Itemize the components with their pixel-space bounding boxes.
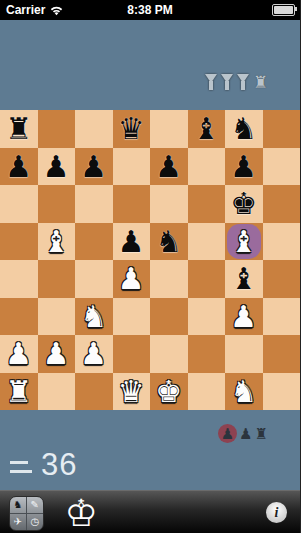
square-e6[interactable] <box>150 185 188 223</box>
rocket-icon: ✈ <box>10 514 27 531</box>
square-a1[interactable]: ♜ <box>0 373 38 411</box>
square-h6[interactable] <box>263 185 301 223</box>
piece-white-pawn[interactable]: ♟ <box>75 335 113 373</box>
piece-white-rook[interactable]: ♜ <box>0 373 38 411</box>
piece-white-pawn[interactable]: ♟ <box>38 335 76 373</box>
piece-black-pawn[interactable]: ♟ <box>75 148 113 186</box>
piece-black-knight[interactable]: ♞ <box>225 110 263 148</box>
square-f5[interactable] <box>188 223 226 261</box>
square-c8[interactable] <box>75 110 113 148</box>
square-e4[interactable] <box>150 260 188 298</box>
square-d4[interactable]: ♟ <box>113 260 151 298</box>
battery-icon <box>272 4 295 16</box>
square-f6[interactable] <box>188 185 226 223</box>
square-a5[interactable] <box>0 223 38 261</box>
square-g1[interactable]: ♞ <box>225 373 263 411</box>
stopwatch-icon: ◷ <box>27 514 44 531</box>
square-b2[interactable]: ♟ <box>38 335 76 373</box>
status-bar: Carrier 8:38 PM <box>0 0 300 20</box>
square-e2[interactable] <box>150 335 188 373</box>
square-e3[interactable] <box>150 298 188 336</box>
square-c5[interactable] <box>75 223 113 261</box>
captured-black-pawn: ♟ <box>221 426 234 442</box>
square-b8[interactable] <box>38 110 76 148</box>
piece-white-bishop[interactable]: ♝ <box>225 223 263 261</box>
clock: 8:38 PM <box>0 3 300 17</box>
square-e8[interactable] <box>150 110 188 148</box>
chess-board: ♜♛♝♞♟♟♟♟♟♚♝♟♞♝♟♝♞♟♟♟♟♜♛♚♞ <box>0 110 300 410</box>
piece-white-knight[interactable]: ♞ <box>75 298 113 336</box>
square-b3[interactable] <box>38 298 76 336</box>
square-h5[interactable] <box>263 223 301 261</box>
square-c3[interactable]: ♞ <box>75 298 113 336</box>
square-d5[interactable]: ♟ <box>113 223 151 261</box>
info-button[interactable]: i <box>266 502 287 523</box>
move-list-icon <box>10 457 32 473</box>
move-number: 36 <box>41 447 77 483</box>
square-d7[interactable] <box>113 148 151 186</box>
square-a4[interactable] <box>0 260 38 298</box>
square-b6[interactable] <box>38 185 76 223</box>
captured-black-pawn: ♟ <box>239 426 252 442</box>
piece-black-king[interactable]: ♚ <box>225 185 263 223</box>
pencil-icon: ✎ <box>27 497 44 514</box>
piece-black-bishop[interactable]: ♝ <box>225 260 263 298</box>
captured-black-rook: ♜ <box>255 426 268 442</box>
square-f7[interactable] <box>188 148 226 186</box>
square-f4[interactable] <box>188 260 226 298</box>
square-f2[interactable] <box>188 335 226 373</box>
square-a2[interactable]: ♟ <box>0 335 38 373</box>
square-c7[interactable]: ♟ <box>75 148 113 186</box>
square-g2[interactable] <box>225 335 263 373</box>
square-a3[interactable] <box>0 298 38 336</box>
move-counter-row: 36 <box>10 447 77 483</box>
square-a7[interactable]: ♟ <box>0 148 38 186</box>
square-d8[interactable]: ♛ <box>113 110 151 148</box>
captured-white-pieces-tray: ♜ <box>205 73 268 91</box>
piece-black-pawn[interactable]: ♟ <box>150 148 188 186</box>
captured-white-rook: ♜ <box>253 73 268 91</box>
square-b5[interactable]: ♝ <box>38 223 76 261</box>
square-g6[interactable]: ♚ <box>225 185 263 223</box>
tools-button[interactable]: ♞✎✈◷ <box>9 496 44 531</box>
piece-black-pawn[interactable]: ♟ <box>38 148 76 186</box>
square-h4[interactable] <box>263 260 301 298</box>
bottom-toolbar: ♞✎✈◷ ♔ i <box>0 490 300 533</box>
square-h2[interactable] <box>263 335 301 373</box>
square-b1[interactable] <box>38 373 76 411</box>
piece-black-pawn[interactable]: ♟ <box>225 148 263 186</box>
knight-icon: ♞ <box>10 497 27 514</box>
captured-black-pieces-tray: ♟♟♜ <box>218 424 268 443</box>
captured-white-pawn <box>205 73 218 91</box>
piece-white-queen[interactable]: ♛ <box>113 373 151 411</box>
square-d3[interactable] <box>113 298 151 336</box>
piece-black-queen[interactable]: ♛ <box>113 110 151 148</box>
square-h7[interactable] <box>263 148 301 186</box>
piece-black-pawn[interactable]: ♟ <box>113 223 151 261</box>
square-d1[interactable]: ♛ <box>113 373 151 411</box>
square-b7[interactable]: ♟ <box>38 148 76 186</box>
piece-white-knight[interactable]: ♞ <box>225 373 263 411</box>
piece-black-pawn[interactable]: ♟ <box>0 148 38 186</box>
square-f1[interactable] <box>188 373 226 411</box>
square-a6[interactable] <box>0 185 38 223</box>
square-c1[interactable] <box>75 373 113 411</box>
piece-white-bishop[interactable]: ♝ <box>38 223 76 261</box>
square-f8[interactable]: ♝ <box>188 110 226 148</box>
square-g5[interactable]: ♝ <box>225 223 263 261</box>
square-d2[interactable] <box>113 335 151 373</box>
square-g7[interactable]: ♟ <box>225 148 263 186</box>
square-h3[interactable] <box>263 298 301 336</box>
square-e7[interactable]: ♟ <box>150 148 188 186</box>
square-c4[interactable] <box>75 260 113 298</box>
square-d6[interactable] <box>113 185 151 223</box>
square-a8[interactable]: ♜ <box>0 110 38 148</box>
square-e1[interactable]: ♚ <box>150 373 188 411</box>
piece-white-pawn[interactable]: ♟ <box>0 335 38 373</box>
square-h1[interactable] <box>263 373 301 411</box>
captured-white-pawn <box>221 73 234 91</box>
new-game-king-button[interactable]: ♔ <box>58 492 104 533</box>
app-screen: Carrier 8:38 PM ♜ ♜♛♝♞♟♟♟♟♟♚♝♟♞♝♟♝♞♟♟♟♟♜… <box>0 0 300 533</box>
square-e5[interactable]: ♞ <box>150 223 188 261</box>
square-b4[interactable] <box>38 260 76 298</box>
square-h8[interactable] <box>263 110 301 148</box>
piece-black-knight[interactable]: ♞ <box>150 223 188 261</box>
piece-white-pawn[interactable]: ♟ <box>225 298 263 336</box>
captured-white-pawn <box>237 73 250 91</box>
piece-white-pawn[interactable]: ♟ <box>113 260 151 298</box>
piece-black-bishop[interactable]: ♝ <box>188 110 226 148</box>
square-f3[interactable] <box>188 298 226 336</box>
recent-capture-highlight: ♟ <box>218 424 237 443</box>
square-c6[interactable] <box>75 185 113 223</box>
square-g8[interactable]: ♞ <box>225 110 263 148</box>
square-g4[interactable]: ♝ <box>225 260 263 298</box>
square-g3[interactable]: ♟ <box>225 298 263 336</box>
piece-black-rook[interactable]: ♜ <box>0 110 38 148</box>
square-c2[interactable]: ♟ <box>75 335 113 373</box>
piece-white-king[interactable]: ♚ <box>150 373 188 411</box>
